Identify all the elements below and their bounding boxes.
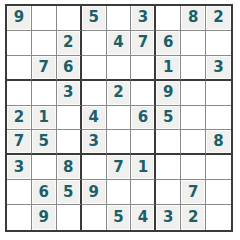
cell-r2c2[interactable] [32, 31, 57, 56]
cell-r1c5[interactable] [107, 6, 132, 31]
cell-r7c1: 3 [7, 155, 32, 180]
cell-r1c6: 3 [131, 6, 156, 31]
cell-r8c1[interactable] [7, 180, 32, 205]
cell-r5c7: 5 [156, 106, 181, 131]
cell-r5c3[interactable] [57, 106, 82, 131]
cell-r3c3: 6 [57, 56, 82, 81]
cell-r3c9: 3 [206, 56, 231, 81]
cell-r6c6[interactable] [131, 130, 156, 155]
cell-r2c9[interactable] [206, 31, 231, 56]
cell-r7c5: 7 [107, 155, 132, 180]
cell-r7c3: 8 [57, 155, 82, 180]
cell-r7c9[interactable] [206, 155, 231, 180]
cell-r2c4[interactable] [82, 31, 107, 56]
cell-r4c1[interactable] [7, 81, 32, 106]
cell-r9c8: 2 [181, 205, 206, 230]
cell-r2c5: 4 [107, 31, 132, 56]
cell-r9c7: 3 [156, 205, 181, 230]
cell-r7c2[interactable] [32, 155, 57, 180]
cell-r2c6: 7 [131, 31, 156, 56]
cell-r1c3[interactable] [57, 6, 82, 31]
cell-r3c2: 7 [32, 56, 57, 81]
cell-r9c4[interactable] [82, 205, 107, 230]
cell-r8c7[interactable] [156, 180, 181, 205]
cell-r8c2: 6 [32, 180, 57, 205]
cell-r1c9: 2 [206, 6, 231, 31]
cell-r1c7[interactable] [156, 6, 181, 31]
cell-r4c8[interactable] [181, 81, 206, 106]
cell-r9c6: 4 [131, 205, 156, 230]
cell-r7c8[interactable] [181, 155, 206, 180]
sudoku-board: 95382247676133292146575383871659795432 [5, 4, 233, 232]
cell-r4c9[interactable] [206, 81, 231, 106]
cell-r4c2[interactable] [32, 81, 57, 106]
cell-r9c2: 9 [32, 205, 57, 230]
cell-r3c7: 1 [156, 56, 181, 81]
cell-r8c6[interactable] [131, 180, 156, 205]
cell-r6c8[interactable] [181, 130, 206, 155]
cell-r8c8: 7 [181, 180, 206, 205]
cell-r6c7[interactable] [156, 130, 181, 155]
cell-r6c4: 3 [82, 130, 107, 155]
cell-r4c6[interactable] [131, 81, 156, 106]
cell-r6c2: 5 [32, 130, 57, 155]
cell-r4c5: 2 [107, 81, 132, 106]
cell-r5c5[interactable] [107, 106, 132, 131]
sudoku-page: 95382247676133292146575383871659795432 [0, 0, 240, 240]
cell-r1c1: 9 [7, 6, 32, 31]
cell-r4c7: 9 [156, 81, 181, 106]
cell-r5c8[interactable] [181, 106, 206, 131]
cell-r9c9[interactable] [206, 205, 231, 230]
cell-r4c3: 3 [57, 81, 82, 106]
cell-r5c6: 6 [131, 106, 156, 131]
cell-r7c4[interactable] [82, 155, 107, 180]
cell-r6c5[interactable] [107, 130, 132, 155]
cell-r2c8[interactable] [181, 31, 206, 56]
cell-r7c6: 1 [131, 155, 156, 180]
cell-r3c1[interactable] [7, 56, 32, 81]
cell-r3c5[interactable] [107, 56, 132, 81]
cell-r1c8: 8 [181, 6, 206, 31]
cell-r3c6[interactable] [131, 56, 156, 81]
cell-r8c5[interactable] [107, 180, 132, 205]
cell-r9c3[interactable] [57, 205, 82, 230]
cell-r2c7: 6 [156, 31, 181, 56]
cell-r1c2[interactable] [32, 6, 57, 31]
cell-r5c9[interactable] [206, 106, 231, 131]
cell-r8c9[interactable] [206, 180, 231, 205]
cell-r3c4[interactable] [82, 56, 107, 81]
cell-r9c5: 5 [107, 205, 132, 230]
cell-r6c9: 8 [206, 130, 231, 155]
cell-r5c4: 4 [82, 106, 107, 131]
cell-r5c2: 1 [32, 106, 57, 131]
cell-r2c3: 2 [57, 31, 82, 56]
cell-r8c4: 9 [82, 180, 107, 205]
cell-r8c3: 5 [57, 180, 82, 205]
cell-r3c8[interactable] [181, 56, 206, 81]
cell-r9c1[interactable] [7, 205, 32, 230]
cell-r5c1: 2 [7, 106, 32, 131]
cell-r6c1: 7 [7, 130, 32, 155]
cell-r4c4[interactable] [82, 81, 107, 106]
cell-r6c3[interactable] [57, 130, 82, 155]
cell-r2c1[interactable] [7, 31, 32, 56]
cell-r1c4: 5 [82, 6, 107, 31]
cell-r7c7[interactable] [156, 155, 181, 180]
